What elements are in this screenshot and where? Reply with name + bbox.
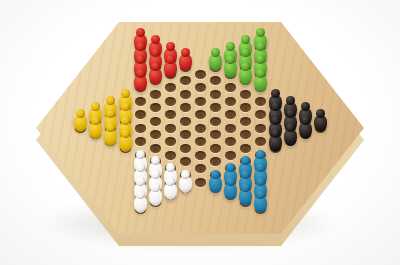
board-hole[interactable] bbox=[225, 97, 236, 106]
board-hole[interactable] bbox=[150, 130, 161, 139]
peg-black[interactable] bbox=[269, 135, 282, 152]
board-hole[interactable] bbox=[150, 144, 161, 153]
board-hole[interactable] bbox=[255, 124, 266, 133]
peg-green[interactable] bbox=[239, 68, 252, 85]
board-hole[interactable] bbox=[210, 117, 221, 126]
board-hole[interactable] bbox=[180, 76, 191, 85]
board-hole[interactable] bbox=[195, 83, 206, 92]
peg-red[interactable] bbox=[164, 61, 177, 78]
peg-green[interactable] bbox=[254, 75, 267, 92]
board-hole[interactable] bbox=[210, 157, 221, 166]
board-hole[interactable] bbox=[225, 110, 236, 119]
board-hole[interactable] bbox=[195, 124, 206, 133]
board-hole[interactable] bbox=[150, 90, 161, 99]
board-hole[interactable] bbox=[225, 124, 236, 133]
peg-black[interactable] bbox=[314, 115, 327, 132]
peg-white[interactable] bbox=[149, 189, 162, 206]
board-hole[interactable] bbox=[180, 144, 191, 153]
peg-white[interactable] bbox=[179, 176, 192, 193]
board-hole[interactable] bbox=[210, 76, 221, 85]
board-hole[interactable] bbox=[225, 137, 236, 146]
board-hole[interactable] bbox=[255, 97, 266, 106]
board-hole[interactable] bbox=[195, 97, 206, 106]
board-hole[interactable] bbox=[210, 144, 221, 153]
board-hole[interactable] bbox=[150, 117, 161, 126]
board-hole[interactable] bbox=[240, 90, 251, 99]
board-hole[interactable] bbox=[240, 130, 251, 139]
peg-blue[interactable] bbox=[209, 176, 222, 193]
peg-blue[interactable] bbox=[224, 183, 237, 200]
board-hole[interactable] bbox=[210, 90, 221, 99]
board-hole[interactable] bbox=[195, 164, 206, 173]
peg-blue[interactable] bbox=[239, 189, 252, 206]
board-hole[interactable] bbox=[195, 178, 206, 187]
board-hole[interactable] bbox=[195, 137, 206, 146]
board-hole[interactable] bbox=[210, 103, 221, 112]
peg-yellow[interactable] bbox=[74, 115, 87, 132]
board-hole[interactable] bbox=[225, 83, 236, 92]
peg-white[interactable] bbox=[164, 183, 177, 200]
peg-black[interactable] bbox=[284, 129, 297, 146]
board-hole[interactable] bbox=[255, 137, 266, 146]
board-hole[interactable] bbox=[180, 117, 191, 126]
peg-yellow[interactable] bbox=[104, 129, 117, 146]
photo-background bbox=[0, 0, 400, 265]
board-hole[interactable] bbox=[165, 97, 176, 106]
board-hole[interactable] bbox=[165, 137, 176, 146]
board-hole[interactable] bbox=[240, 117, 251, 126]
board-hole[interactable] bbox=[165, 110, 176, 119]
peg-yellow[interactable] bbox=[119, 135, 132, 152]
peg-black[interactable] bbox=[299, 122, 312, 139]
peg-blue[interactable] bbox=[254, 196, 267, 213]
board-hole[interactable] bbox=[135, 137, 146, 146]
board-hole[interactable] bbox=[180, 130, 191, 139]
board-hole[interactable] bbox=[210, 130, 221, 139]
board-hole[interactable] bbox=[165, 151, 176, 160]
board-hole[interactable] bbox=[150, 103, 161, 112]
peg-red[interactable] bbox=[149, 68, 162, 85]
peg-yellow[interactable] bbox=[89, 122, 102, 139]
board-hole[interactable] bbox=[195, 151, 206, 160]
peg-green[interactable] bbox=[224, 61, 237, 78]
board-hole[interactable] bbox=[165, 83, 176, 92]
board-hole[interactable] bbox=[165, 124, 176, 133]
peg-red[interactable] bbox=[134, 75, 147, 92]
board-hole[interactable] bbox=[195, 70, 206, 79]
board-hole[interactable] bbox=[135, 110, 146, 119]
board-hole[interactable] bbox=[240, 103, 251, 112]
board-hole[interactable] bbox=[225, 151, 236, 160]
board-hole[interactable] bbox=[180, 90, 191, 99]
board-hole[interactable] bbox=[240, 144, 251, 153]
board-hole[interactable] bbox=[195, 110, 206, 119]
board-hole[interactable] bbox=[135, 97, 146, 106]
board-hole[interactable] bbox=[180, 103, 191, 112]
peg-green[interactable] bbox=[209, 54, 222, 71]
peg-red[interactable] bbox=[179, 54, 192, 71]
board-hole[interactable] bbox=[135, 124, 146, 133]
peg-white[interactable] bbox=[134, 196, 147, 213]
board-hole[interactable] bbox=[180, 157, 191, 166]
board-hole[interactable] bbox=[255, 110, 266, 119]
